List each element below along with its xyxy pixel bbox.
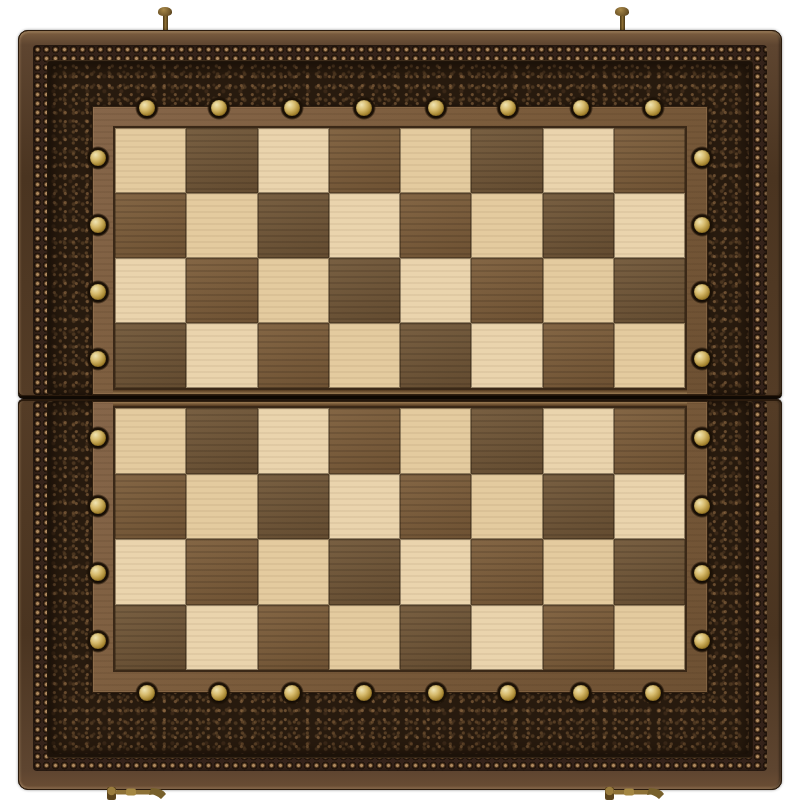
outer-bevel-band [18,30,782,396]
brass-stud [423,95,449,121]
square-h8[interactable] [614,128,685,193]
square-b3[interactable] [186,474,257,540]
chess-box [18,30,782,790]
brass-stud [351,95,377,121]
square-g6[interactable] [543,258,614,323]
brass-stud [689,493,715,519]
square-d5[interactable] [329,323,400,388]
brass-stud [568,95,594,121]
square-f8[interactable] [471,128,542,193]
square-g4[interactable] [543,408,614,474]
brass-stud-rosette [645,685,661,701]
brass-stud [689,145,715,171]
square-h4[interactable] [614,408,685,474]
square-f4[interactable] [471,408,542,474]
brass-stud [85,628,111,654]
hinge-pin-left [156,7,174,31]
square-c8[interactable] [258,128,329,193]
square-a7[interactable] [115,193,186,258]
clasp-latch-left [106,783,176,800]
square-c6[interactable] [258,258,329,323]
square-g8[interactable] [543,128,614,193]
square-d1[interactable] [329,605,400,671]
board-half-top [18,30,782,399]
brass-stud-rosette [573,100,589,116]
square-f3[interactable] [471,474,542,540]
brass-stud [689,212,715,238]
brass-stud-rosette [694,284,710,300]
brass-stud [568,680,594,706]
brass-stud [85,346,111,372]
square-f5[interactable] [471,323,542,388]
brass-stud-rosette [356,685,372,701]
square-b8[interactable] [186,128,257,193]
carved-bead-band [33,401,767,771]
brass-stud-rosette [500,685,516,701]
square-b4[interactable] [186,408,257,474]
brass-stud-rosette [90,150,106,166]
brass-stud-rosette [694,430,710,446]
brass-stud-rosette [211,100,227,116]
brass-stud-rosette [500,100,516,116]
square-f7[interactable] [471,193,542,258]
square-d6[interactable] [329,258,400,323]
brass-stud [85,493,111,519]
square-h5[interactable] [614,323,685,388]
brass-stud-rosette [284,100,300,116]
brass-stud [689,628,715,654]
board-margin [92,106,708,395]
brass-stud-rosette [694,565,710,581]
hinge-pin-cap [615,7,629,16]
square-c1[interactable] [258,605,329,671]
brass-stud [279,95,305,121]
square-e5[interactable] [400,323,471,388]
brass-stud [85,212,111,238]
chessboard-ranks-4-to-1 [113,406,687,672]
brass-stud [85,279,111,305]
board-half-bottom [18,399,782,790]
brass-stud [640,95,666,121]
square-d2[interactable] [329,539,400,605]
brass-stud-rosette [90,430,106,446]
square-c5[interactable] [258,323,329,388]
brass-stud [134,680,160,706]
square-d8[interactable] [329,128,400,193]
brass-stud-rosette [211,685,227,701]
square-b7[interactable] [186,193,257,258]
brass-stud [85,425,111,451]
hinge-pin-stem [163,14,168,31]
clasp-latch-right [604,783,674,800]
hinge-pin-stem [620,14,625,31]
square-a6[interactable] [115,258,186,323]
brass-stud [689,279,715,305]
square-a2[interactable] [115,539,186,605]
brass-stud [351,680,377,706]
square-c3[interactable] [258,474,329,540]
square-h1[interactable] [614,605,685,671]
clasp-latch-icon [106,783,176,800]
chessboard-ranks-8-to-5 [113,126,687,390]
square-a8[interactable] [115,128,186,193]
brass-stud-rosette [694,633,710,649]
photo-canvas [0,0,800,800]
brass-stud-rosette [90,351,106,367]
brass-stud-rosette [284,685,300,701]
brass-stud [689,346,715,372]
brass-stud-rosette [694,217,710,233]
square-d3[interactable] [329,474,400,540]
brass-stud-rosette [694,498,710,514]
brass-stud-rosette [428,685,444,701]
square-g3[interactable] [543,474,614,540]
square-b1[interactable] [186,605,257,671]
clasp-latch-icon [604,783,674,800]
square-e6[interactable] [400,258,471,323]
square-c7[interactable] [258,193,329,258]
square-h3[interactable] [614,474,685,540]
square-g2[interactable] [543,539,614,605]
square-g5[interactable] [543,323,614,388]
board-margin [92,401,708,693]
brass-stud-rosette [139,100,155,116]
square-e4[interactable] [400,408,471,474]
square-a3[interactable] [115,474,186,540]
brass-stud [134,95,160,121]
square-e2[interactable] [400,539,471,605]
square-f2[interactable] [471,539,542,605]
brass-stud-rosette [694,150,710,166]
brass-stud-rosette [694,351,710,367]
square-e7[interactable] [400,193,471,258]
brass-stud-rosette [573,685,589,701]
square-b5[interactable] [186,323,257,388]
square-e8[interactable] [400,128,471,193]
brass-stud-rosette [139,685,155,701]
brass-stud [689,425,715,451]
square-b6[interactable] [186,258,257,323]
brass-stud-rosette [90,498,106,514]
hinge-pin-right [613,7,631,31]
brass-stud-rosette [90,284,106,300]
square-a4[interactable] [115,408,186,474]
square-h2[interactable] [614,539,685,605]
brass-stud-rosette [90,217,106,233]
square-d4[interactable] [329,408,400,474]
brass-stud [640,680,666,706]
square-f6[interactable] [471,258,542,323]
square-a5[interactable] [115,323,186,388]
square-c2[interactable] [258,539,329,605]
brass-stud-rosette [356,100,372,116]
square-f1[interactable] [471,605,542,671]
square-e1[interactable] [400,605,471,671]
brass-stud-rosette [428,100,444,116]
fold-seam-edge [113,390,687,394]
brass-stud-rosette [90,633,106,649]
square-d7[interactable] [329,193,400,258]
square-g1[interactable] [543,605,614,671]
square-h6[interactable] [614,258,685,323]
square-c4[interactable] [258,408,329,474]
brass-stud [279,680,305,706]
square-b2[interactable] [186,539,257,605]
brass-stud-rosette [90,565,106,581]
hinge-pin-cap [158,7,172,16]
outer-bevel-band [18,400,782,790]
square-a1[interactable] [115,605,186,671]
square-g7[interactable] [543,193,614,258]
brass-stud [85,145,111,171]
brass-stud [423,680,449,706]
square-e3[interactable] [400,474,471,540]
square-h7[interactable] [614,193,685,258]
brass-stud-rosette [645,100,661,116]
